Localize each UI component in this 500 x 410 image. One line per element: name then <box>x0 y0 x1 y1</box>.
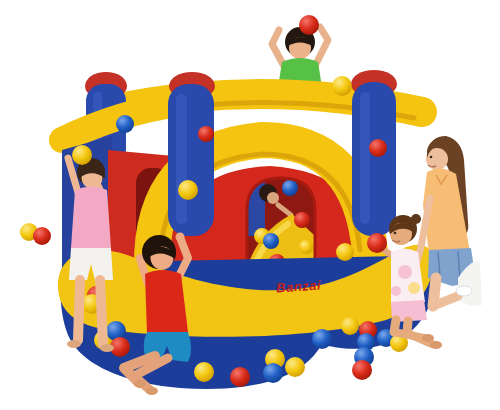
girl-red-left-foot <box>134 380 146 388</box>
toddler-knee-2 <box>407 321 408 333</box>
toddler-foot-2 <box>430 341 442 349</box>
tower-pillar <box>168 84 214 236</box>
ball-red <box>294 212 310 228</box>
ball-yellow <box>194 362 214 382</box>
tower-pillar <box>352 82 396 236</box>
girl-pink-shirt <box>71 187 111 249</box>
ball-blue <box>312 329 332 349</box>
ball-red <box>352 360 372 380</box>
ball-yellow <box>299 240 313 254</box>
ball-blue <box>282 180 298 196</box>
ball-yellow <box>178 180 198 200</box>
girl-pink-right-foot <box>100 344 114 352</box>
mother-eye <box>430 156 433 159</box>
brand-logo: Banzai <box>276 277 322 295</box>
product-photo: Banzai <box>0 0 500 410</box>
toddler-tiedye-pink <box>398 265 412 279</box>
toddler-eye <box>394 232 397 235</box>
toddler-foot-1 <box>422 334 434 342</box>
interior-child-face <box>267 192 279 204</box>
ball-yellow <box>336 243 354 261</box>
ball-yellow <box>72 145 92 165</box>
ball-red <box>33 227 51 245</box>
ball-blue <box>263 233 279 249</box>
ball-red <box>367 233 387 253</box>
ball-yellow <box>332 76 352 96</box>
ball-yellow <box>285 357 305 377</box>
ball-yellow <box>341 317 359 335</box>
toddler-tiedye-yellow <box>408 282 420 294</box>
ball-red <box>369 139 387 157</box>
ball-red <box>299 15 319 35</box>
toddler-tiedye-pink-2 <box>391 286 401 296</box>
mother-sneaker <box>456 286 472 296</box>
ball-red <box>198 126 214 142</box>
girl-pink-left-foot <box>67 340 81 348</box>
toddler-ponytail <box>411 214 421 224</box>
ball-red <box>230 367 250 387</box>
girl-pink-right-leg <box>100 280 103 344</box>
girl-red-right-hand <box>176 233 185 242</box>
tower-highlight <box>360 92 370 224</box>
girl-red-shirt <box>145 270 188 334</box>
girl-pink-left-leg <box>78 280 80 340</box>
toddler-knee-1 <box>394 320 396 332</box>
castle-tower-front-left <box>168 72 215 236</box>
ball-blue <box>263 363 283 383</box>
girl-red-right-foot <box>146 387 158 395</box>
scene-illustration: Banzai <box>0 0 500 410</box>
boy-right-arm <box>315 27 328 66</box>
tower-highlight <box>176 94 187 224</box>
ball-blue <box>116 115 134 133</box>
